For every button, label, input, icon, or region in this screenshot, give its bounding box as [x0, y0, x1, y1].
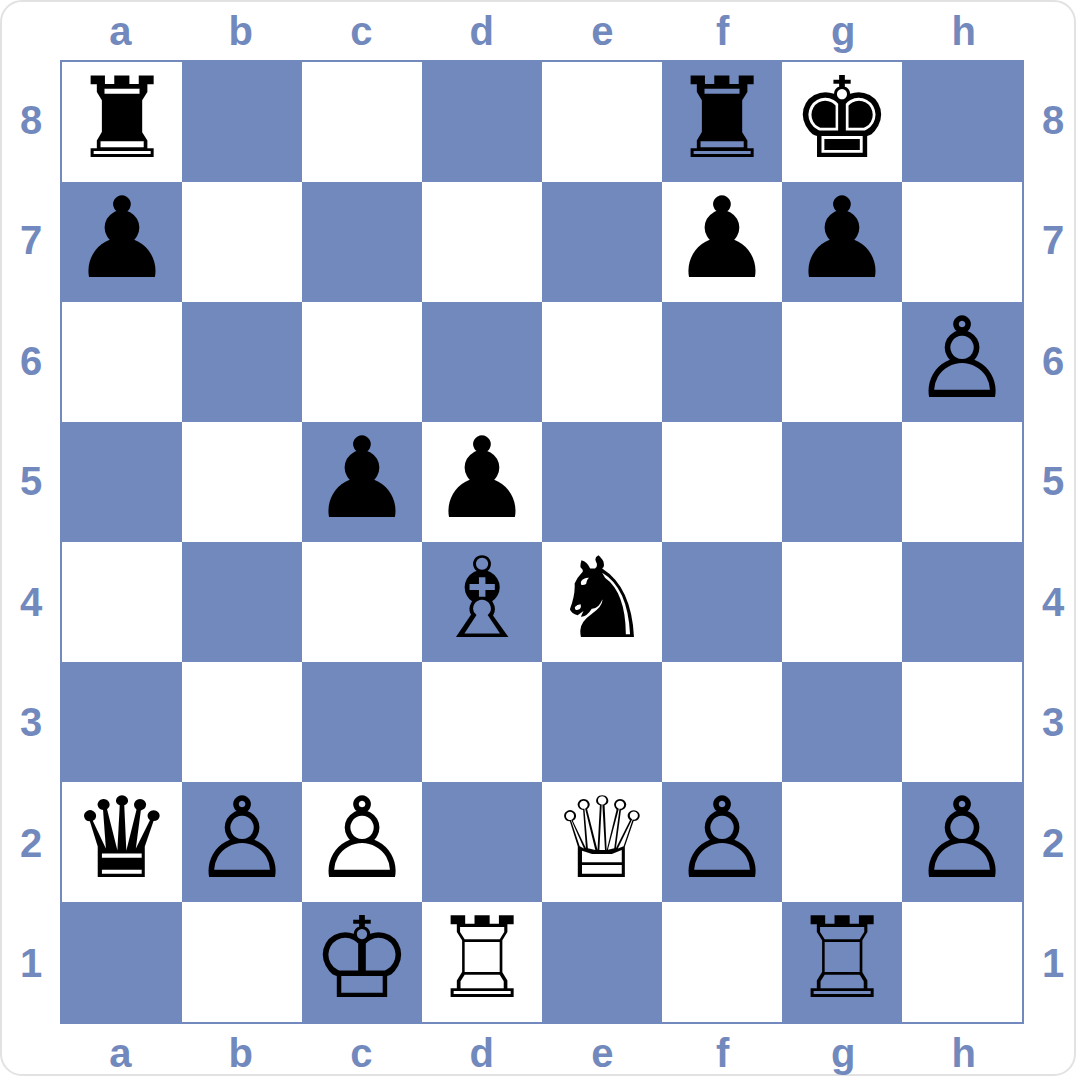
square-b6[interactable] — [182, 302, 302, 422]
square-g3[interactable] — [782, 662, 902, 782]
rank-label-left-5: 5 — [2, 422, 60, 543]
file-label-top-b: b — [181, 2, 302, 60]
white-rook[interactable]: ♖ — [432, 902, 532, 1018]
square-c8[interactable] — [302, 62, 422, 182]
rank-label-left-3: 3 — [2, 663, 60, 784]
file-labels-bottom: abcdefgh — [60, 1024, 1024, 1080]
square-c5[interactable]: ♟ — [302, 422, 422, 542]
square-f7[interactable]: ♟ — [662, 182, 782, 302]
white-pawn[interactable]: ♙ — [312, 782, 412, 898]
file-label-bottom-g: g — [783, 1024, 904, 1080]
white-pawn[interactable]: ♙ — [912, 302, 1012, 418]
file-label-top-g: g — [783, 2, 904, 60]
rank-label-right-8: 8 — [1024, 60, 1080, 181]
black-pawn[interactable]: ♟ — [792, 182, 892, 298]
square-e3[interactable] — [542, 662, 662, 782]
square-g4[interactable] — [782, 542, 902, 662]
square-a3[interactable] — [62, 662, 182, 782]
square-h2[interactable]: ♙ — [902, 782, 1022, 902]
square-b7[interactable] — [182, 182, 302, 302]
square-h6[interactable]: ♙ — [902, 302, 1022, 422]
file-label-bottom-h: h — [904, 1024, 1025, 1080]
square-c7[interactable] — [302, 182, 422, 302]
square-g8[interactable]: ♚ — [782, 62, 902, 182]
square-h3[interactable] — [902, 662, 1022, 782]
white-rook[interactable]: ♖ — [792, 902, 892, 1018]
white-pawn[interactable]: ♙ — [672, 782, 772, 898]
rank-label-right-6: 6 — [1024, 301, 1080, 422]
black-pawn[interactable]: ♟ — [672, 182, 772, 298]
file-label-top-a: a — [60, 2, 181, 60]
square-b2[interactable]: ♙ — [182, 782, 302, 902]
square-f8[interactable]: ♜ — [662, 62, 782, 182]
square-d3[interactable] — [422, 662, 542, 782]
square-c3[interactable] — [302, 662, 422, 782]
square-b3[interactable] — [182, 662, 302, 782]
rank-label-right-4: 4 — [1024, 542, 1080, 663]
file-label-bottom-f: f — [663, 1024, 784, 1080]
rank-label-right-3: 3 — [1024, 663, 1080, 784]
black-king[interactable]: ♚ — [792, 62, 892, 178]
square-a4[interactable] — [62, 542, 182, 662]
square-a6[interactable] — [62, 302, 182, 422]
black-rook[interactable]: ♜ — [72, 62, 172, 178]
square-h1[interactable] — [902, 902, 1022, 1022]
file-label-top-c: c — [301, 2, 422, 60]
square-d1[interactable]: ♖ — [422, 902, 542, 1022]
square-g6[interactable] — [782, 302, 902, 422]
rank-label-right-5: 5 — [1024, 422, 1080, 543]
square-b1[interactable] — [182, 902, 302, 1022]
square-a1[interactable] — [62, 902, 182, 1022]
white-queen[interactable]: ♕ — [552, 782, 652, 898]
file-label-top-d: d — [422, 2, 543, 60]
square-b4[interactable] — [182, 542, 302, 662]
square-a5[interactable] — [62, 422, 182, 542]
square-h7[interactable] — [902, 182, 1022, 302]
chess-board: ♜♜♚♟♟♟♙♟♟♗♞♛♙♙♕♙♙♔♖♖ — [60, 60, 1024, 1024]
file-label-top-f: f — [663, 2, 784, 60]
square-e4[interactable]: ♞ — [542, 542, 662, 662]
square-f5[interactable] — [662, 422, 782, 542]
file-labels-top: abcdefgh — [60, 2, 1024, 60]
white-pawn[interactable]: ♙ — [912, 782, 1012, 898]
file-label-bottom-a: a — [60, 1024, 181, 1080]
square-c2[interactable]: ♙ — [302, 782, 422, 902]
square-e8[interactable] — [542, 62, 662, 182]
square-f2[interactable]: ♙ — [662, 782, 782, 902]
square-b5[interactable] — [182, 422, 302, 542]
black-queen[interactable]: ♛ — [72, 782, 172, 898]
square-d6[interactable] — [422, 302, 542, 422]
square-e6[interactable] — [542, 302, 662, 422]
file-label-bottom-d: d — [422, 1024, 543, 1080]
rank-labels-right: 87654321 — [1024, 60, 1080, 1024]
square-b8[interactable] — [182, 62, 302, 182]
rank-label-left-7: 7 — [2, 181, 60, 302]
black-pawn[interactable]: ♟ — [432, 422, 532, 538]
square-f1[interactable] — [662, 902, 782, 1022]
file-label-top-h: h — [904, 2, 1025, 60]
square-f6[interactable] — [662, 302, 782, 422]
rank-label-right-2: 2 — [1024, 783, 1080, 904]
square-e7[interactable] — [542, 182, 662, 302]
square-g5[interactable] — [782, 422, 902, 542]
rank-label-left-8: 8 — [2, 60, 60, 181]
square-d5[interactable]: ♟ — [422, 422, 542, 542]
file-label-bottom-b: b — [181, 1024, 302, 1080]
rank-label-right-7: 7 — [1024, 181, 1080, 302]
file-label-top-e: e — [542, 2, 663, 60]
black-pawn[interactable]: ♟ — [72, 182, 172, 298]
square-c4[interactable] — [302, 542, 422, 662]
square-f3[interactable] — [662, 662, 782, 782]
rank-label-left-2: 2 — [2, 783, 60, 904]
file-label-bottom-c: c — [301, 1024, 422, 1080]
square-e2[interactable]: ♕ — [542, 782, 662, 902]
square-a7[interactable]: ♟ — [62, 182, 182, 302]
rank-labels-left: 87654321 — [2, 60, 60, 1024]
square-d8[interactable] — [422, 62, 542, 182]
square-a8[interactable]: ♜ — [62, 62, 182, 182]
square-d2[interactable] — [422, 782, 542, 902]
rank-label-right-1: 1 — [1024, 904, 1080, 1025]
board-card: abcdefgh abcdefgh 87654321 87654321 ♜♜♚♟… — [0, 0, 1076, 1076]
square-h8[interactable] — [902, 62, 1022, 182]
white-king[interactable]: ♔ — [312, 902, 412, 1018]
square-h4[interactable] — [902, 542, 1022, 662]
rank-label-left-4: 4 — [2, 542, 60, 663]
square-f4[interactable] — [662, 542, 782, 662]
file-label-bottom-e: e — [542, 1024, 663, 1080]
black-rook[interactable]: ♜ — [672, 62, 772, 178]
square-d4[interactable]: ♗ — [422, 542, 542, 662]
square-h5[interactable] — [902, 422, 1022, 542]
square-c6[interactable] — [302, 302, 422, 422]
black-pawn[interactable]: ♟ — [312, 422, 412, 538]
square-c1[interactable]: ♔ — [302, 902, 422, 1022]
square-d7[interactable] — [422, 182, 542, 302]
black-knight[interactable]: ♞ — [552, 542, 652, 658]
square-a2[interactable]: ♛ — [62, 782, 182, 902]
square-g1[interactable]: ♖ — [782, 902, 902, 1022]
rank-label-left-1: 1 — [2, 904, 60, 1025]
rank-label-left-6: 6 — [2, 301, 60, 422]
square-e5[interactable] — [542, 422, 662, 542]
white-bishop[interactable]: ♗ — [432, 542, 532, 658]
white-pawn[interactable]: ♙ — [192, 782, 292, 898]
square-g2[interactable] — [782, 782, 902, 902]
square-g7[interactable]: ♟ — [782, 182, 902, 302]
square-e1[interactable] — [542, 902, 662, 1022]
